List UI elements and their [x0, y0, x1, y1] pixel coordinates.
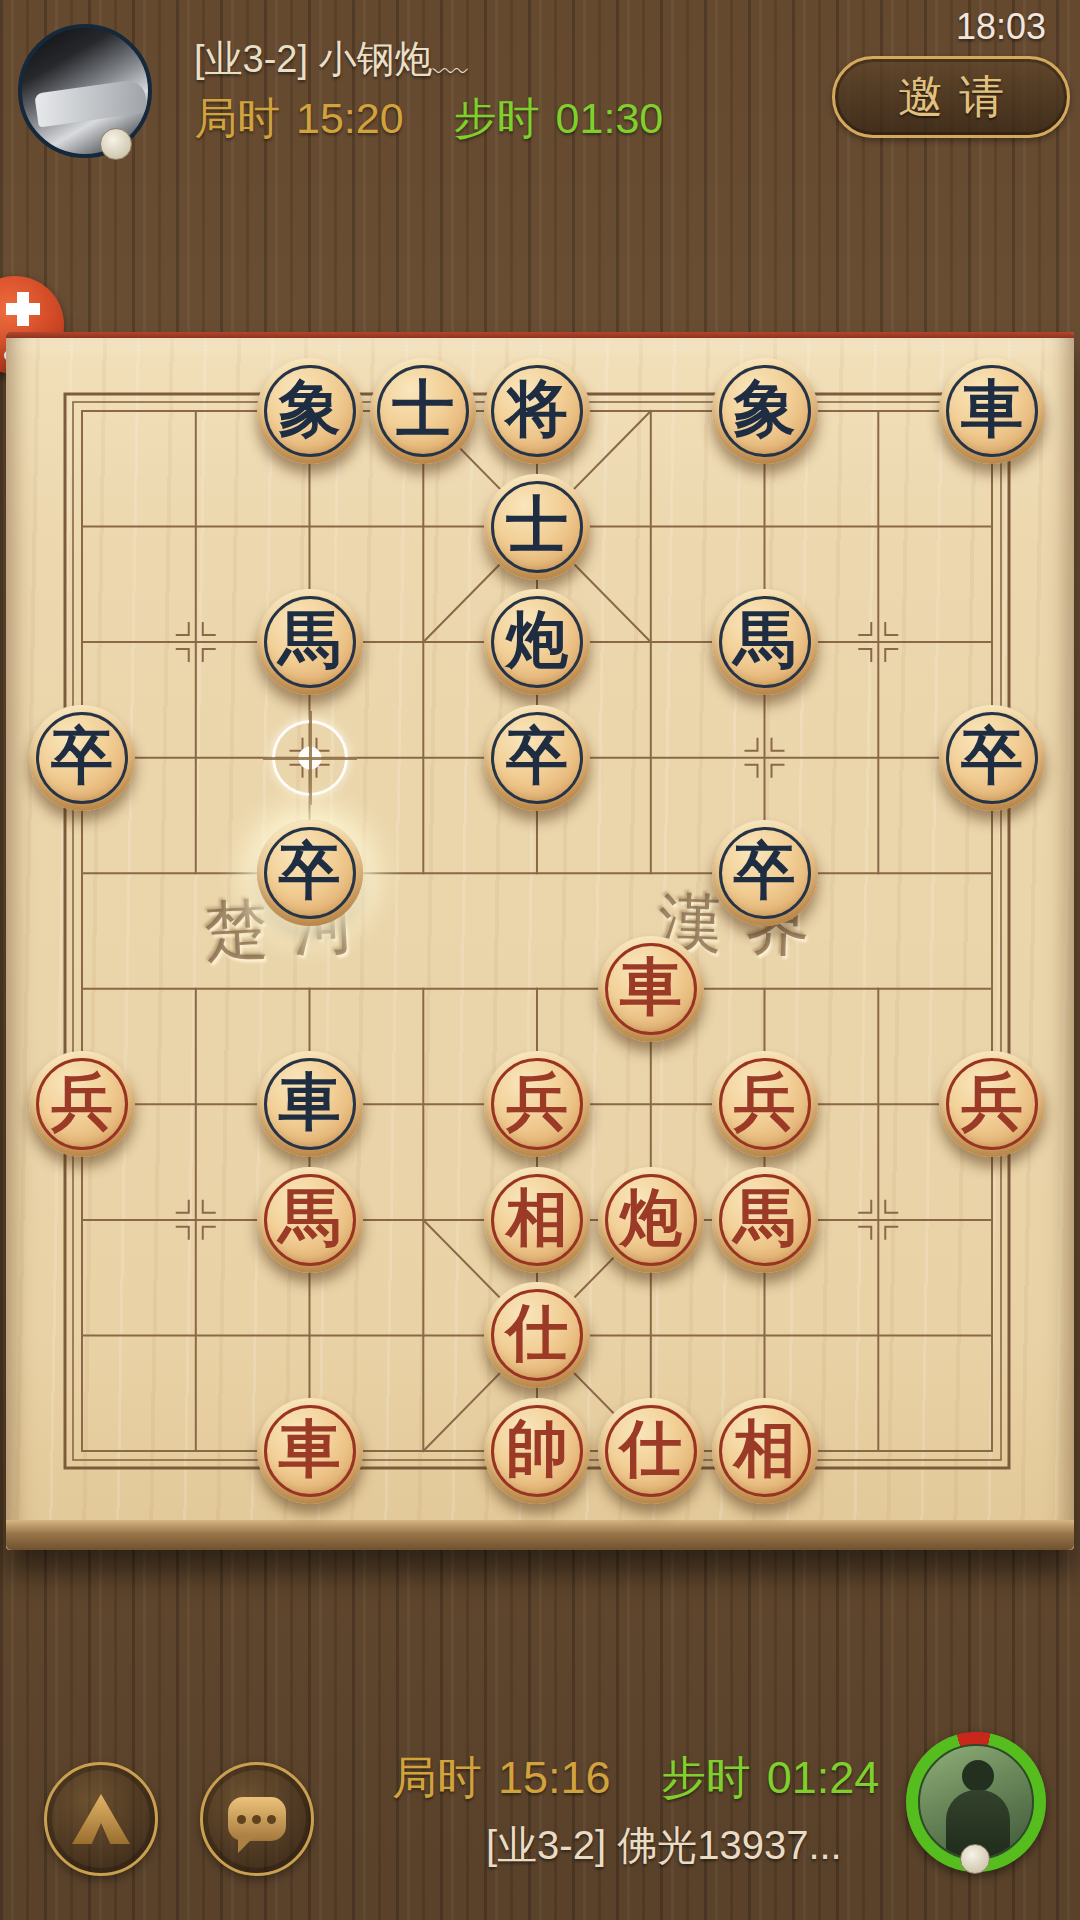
piece-black-車[interactable]: 車 — [939, 358, 1045, 464]
piece-red-仕[interactable]: 仕 — [484, 1282, 590, 1388]
piece-black-象[interactable]: 象 — [257, 358, 363, 464]
bottom-player-avatar[interactable] — [918, 1744, 1034, 1860]
chat-button[interactable] — [200, 1762, 314, 1876]
bottom-player-clocks: 局时 15:16 步时 01:24 — [392, 1748, 879, 1808]
top-player-name: [业3-2] 小钢炮﹏ — [194, 34, 471, 85]
piece-red-兵[interactable]: 兵 — [29, 1051, 135, 1157]
top-move-time-label: 步时 — [454, 90, 540, 148]
invite-button[interactable]: 邀请 — [832, 56, 1070, 138]
piece-black-象[interactable]: 象 — [712, 358, 818, 464]
piece-black-炮[interactable]: 炮 — [484, 589, 590, 695]
top-game-time-label: 局时 — [194, 90, 280, 148]
board-bottom-bevel — [6, 1520, 1074, 1550]
chat-bubble-icon — [228, 1797, 286, 1841]
piece-black-卒[interactable]: 卒 — [939, 705, 1045, 811]
system-clock: 18:03 — [956, 6, 1046, 48]
piece-red-炮[interactable]: 炮 — [598, 1167, 704, 1273]
piece-black-将[interactable]: 将 — [484, 358, 590, 464]
top-player-clocks: 局时 15:20 步时 01:30 — [194, 90, 663, 148]
piece-black-車[interactable]: 車 — [257, 1051, 363, 1157]
piece-black-卒[interactable]: 卒 — [712, 820, 818, 926]
piece-red-兵[interactable]: 兵 — [712, 1051, 818, 1157]
piece-red-帥[interactable]: 帥 — [484, 1398, 590, 1504]
top-game-time-value: 15:20 — [296, 94, 404, 143]
piece-red-相[interactable]: 相 — [712, 1398, 818, 1504]
piece-red-仕[interactable]: 仕 — [598, 1398, 704, 1504]
bottom-game-time-label: 局时 — [392, 1748, 482, 1808]
piece-red-馬[interactable]: 馬 — [712, 1167, 818, 1273]
piece-black-卒[interactable]: 卒 — [29, 705, 135, 811]
top-move-time-value: 01:30 — [556, 94, 664, 143]
piece-black-士[interactable]: 士 — [370, 358, 476, 464]
collapse-panel-button[interactable] — [44, 1762, 158, 1876]
bottom-game-time-value: 15:16 — [498, 1752, 611, 1804]
top-player-avatar[interactable] — [18, 24, 152, 158]
piece-black-馬[interactable]: 馬 — [712, 589, 818, 695]
bottom-player-name: [业3-2] 佛光13937... — [486, 1818, 842, 1873]
piece-red-相[interactable]: 相 — [484, 1167, 590, 1273]
piece-black-馬[interactable]: 馬 — [257, 589, 363, 695]
piece-black-士[interactable]: 士 — [484, 474, 590, 580]
top-player-hand-badge-icon — [100, 128, 132, 160]
bottom-move-time-label: 步时 — [661, 1748, 751, 1808]
piece-red-兵[interactable]: 兵 — [939, 1051, 1045, 1157]
piece-red-兵[interactable]: 兵 — [484, 1051, 590, 1157]
piece-red-馬[interactable]: 馬 — [257, 1167, 363, 1273]
arrow-up-icon — [72, 1794, 130, 1844]
piece-red-車[interactable]: 車 — [598, 936, 704, 1042]
piece-black-卒[interactable]: 卒 — [484, 705, 590, 811]
bottom-move-time-value: 01:24 — [767, 1752, 880, 1804]
bottom-player-hand-badge-icon — [960, 1844, 990, 1874]
piece-black-卒[interactable]: 卒 — [257, 820, 363, 926]
gamepad-cross-icon — [6, 292, 40, 326]
piece-red-車[interactable]: 車 — [257, 1398, 363, 1504]
